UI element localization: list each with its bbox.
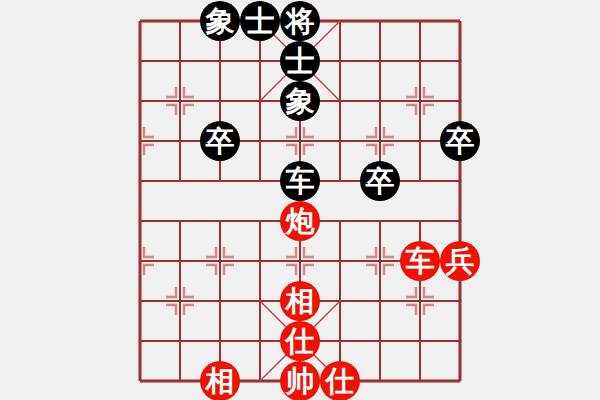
piece-black-soldier[interactable]: 卒 — [360, 161, 400, 201]
piece-red-soldier[interactable]: 兵 — [440, 241, 480, 281]
piece-black-advisor[interactable]: 士 — [240, 1, 280, 41]
piece-red-general[interactable]: 帅 — [280, 361, 320, 400]
xiangqi-board: 象士将士象卒卒车卒炮车兵相仕相帅仕 — [0, 0, 600, 400]
piece-black-elephant[interactable]: 象 — [280, 81, 320, 121]
piece-red-advisor[interactable]: 仕 — [280, 321, 320, 361]
piece-black-advisor[interactable]: 士 — [280, 41, 320, 81]
piece-black-soldier[interactable]: 卒 — [200, 121, 240, 161]
piece-red-elephant[interactable]: 相 — [200, 361, 240, 400]
piece-black-soldier[interactable]: 卒 — [440, 121, 480, 161]
piece-red-elephant[interactable]: 相 — [280, 281, 320, 321]
piece-black-chariot[interactable]: 车 — [280, 161, 320, 201]
piece-red-advisor[interactable]: 仕 — [320, 361, 360, 400]
piece-black-general[interactable]: 将 — [280, 1, 320, 41]
piece-red-chariot[interactable]: 车 — [400, 241, 440, 281]
piece-black-elephant[interactable]: 象 — [200, 1, 240, 41]
piece-red-cannon[interactable]: 炮 — [280, 201, 320, 241]
